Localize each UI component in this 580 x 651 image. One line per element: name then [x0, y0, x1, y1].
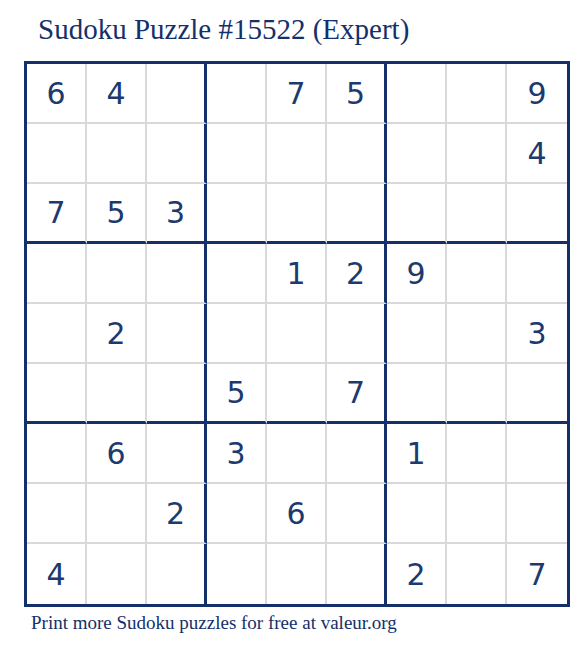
- cell-r3c4[interactable]: [207, 184, 267, 244]
- cell-r4c1[interactable]: [27, 244, 87, 304]
- cell-r2c4[interactable]: [207, 124, 267, 184]
- footer-note: Print more Sudoku puzzles for free at va…: [31, 612, 397, 634]
- cell-r7c8[interactable]: [447, 424, 507, 484]
- cell-r8c2[interactable]: [87, 484, 147, 544]
- cell-r5c3[interactable]: [147, 304, 207, 364]
- cell-r8c7[interactable]: [387, 484, 447, 544]
- cell-r2c9[interactable]: 4: [507, 124, 567, 184]
- cell-r6c4[interactable]: 5: [207, 364, 267, 424]
- cell-r8c8[interactable]: [447, 484, 507, 544]
- cell-r5c1[interactable]: [27, 304, 87, 364]
- cell-r6c6[interactable]: 7: [327, 364, 387, 424]
- cell-r7c5[interactable]: [267, 424, 327, 484]
- cell-r5c6[interactable]: [327, 304, 387, 364]
- cell-r4c8[interactable]: [447, 244, 507, 304]
- cell-r4c5[interactable]: 1: [267, 244, 327, 304]
- cell-r5c4[interactable]: [207, 304, 267, 364]
- cell-r9c1[interactable]: 4: [27, 544, 87, 604]
- cell-r6c9[interactable]: [507, 364, 567, 424]
- cell-r2c2[interactable]: [87, 124, 147, 184]
- cell-r9c4[interactable]: [207, 544, 267, 604]
- cell-r2c8[interactable]: [447, 124, 507, 184]
- cell-r2c3[interactable]: [147, 124, 207, 184]
- cell-r8c6[interactable]: [327, 484, 387, 544]
- cell-r9c8[interactable]: [447, 544, 507, 604]
- cell-r9c7[interactable]: 2: [387, 544, 447, 604]
- cell-r2c1[interactable]: [27, 124, 87, 184]
- cell-r1c3[interactable]: [147, 64, 207, 124]
- cell-r4c2[interactable]: [87, 244, 147, 304]
- cell-r4c9[interactable]: [507, 244, 567, 304]
- cell-r1c2[interactable]: 4: [87, 64, 147, 124]
- cell-r9c9[interactable]: 7: [507, 544, 567, 604]
- cell-r3c3[interactable]: 3: [147, 184, 207, 244]
- cell-r1c8[interactable]: [447, 64, 507, 124]
- sudoku-print-page: Sudoku Puzzle #15522 (Expert) 6475947531…: [0, 0, 580, 651]
- cell-r5c8[interactable]: [447, 304, 507, 364]
- cell-r5c7[interactable]: [387, 304, 447, 364]
- cell-r6c2[interactable]: [87, 364, 147, 424]
- cell-r7c7[interactable]: 1: [387, 424, 447, 484]
- sudoku-board: 647594753129235763126427: [24, 61, 570, 607]
- cell-r4c6[interactable]: 2: [327, 244, 387, 304]
- cell-r9c3[interactable]: [147, 544, 207, 604]
- cell-r7c3[interactable]: [147, 424, 207, 484]
- cell-r3c1[interactable]: 7: [27, 184, 87, 244]
- cell-r3c6[interactable]: [327, 184, 387, 244]
- cell-r2c7[interactable]: [387, 124, 447, 184]
- cell-r4c3[interactable]: [147, 244, 207, 304]
- cell-r1c9[interactable]: 9: [507, 64, 567, 124]
- cell-r7c4[interactable]: 3: [207, 424, 267, 484]
- page-title: Sudoku Puzzle #15522 (Expert): [38, 13, 409, 46]
- cell-r3c8[interactable]: [447, 184, 507, 244]
- cell-r7c2[interactable]: 6: [87, 424, 147, 484]
- cell-r2c6[interactable]: [327, 124, 387, 184]
- cell-r5c2[interactable]: 2: [87, 304, 147, 364]
- cell-r5c5[interactable]: [267, 304, 327, 364]
- cell-r8c4[interactable]: [207, 484, 267, 544]
- cell-r8c5[interactable]: 6: [267, 484, 327, 544]
- cell-r9c6[interactable]: [327, 544, 387, 604]
- cell-r6c1[interactable]: [27, 364, 87, 424]
- cell-r4c4[interactable]: [207, 244, 267, 304]
- cell-r6c7[interactable]: [387, 364, 447, 424]
- cell-r1c1[interactable]: 6: [27, 64, 87, 124]
- cell-r2c5[interactable]: [267, 124, 327, 184]
- cell-r9c2[interactable]: [87, 544, 147, 604]
- cell-r6c8[interactable]: [447, 364, 507, 424]
- cell-r1c4[interactable]: [207, 64, 267, 124]
- cell-r6c3[interactable]: [147, 364, 207, 424]
- cell-r5c9[interactable]: 3: [507, 304, 567, 364]
- cell-r8c9[interactable]: [507, 484, 567, 544]
- cell-r6c5[interactable]: [267, 364, 327, 424]
- cell-r7c6[interactable]: [327, 424, 387, 484]
- cell-r9c5[interactable]: [267, 544, 327, 604]
- cell-r4c7[interactable]: 9: [387, 244, 447, 304]
- cell-r8c1[interactable]: [27, 484, 87, 544]
- cell-r1c7[interactable]: [387, 64, 447, 124]
- cell-r3c2[interactable]: 5: [87, 184, 147, 244]
- cell-r3c9[interactable]: [507, 184, 567, 244]
- cell-r8c3[interactable]: 2: [147, 484, 207, 544]
- cell-r1c6[interactable]: 5: [327, 64, 387, 124]
- cell-r7c9[interactable]: [507, 424, 567, 484]
- cell-r3c7[interactable]: [387, 184, 447, 244]
- cell-r1c5[interactable]: 7: [267, 64, 327, 124]
- cell-r7c1[interactable]: [27, 424, 87, 484]
- cell-r3c5[interactable]: [267, 184, 327, 244]
